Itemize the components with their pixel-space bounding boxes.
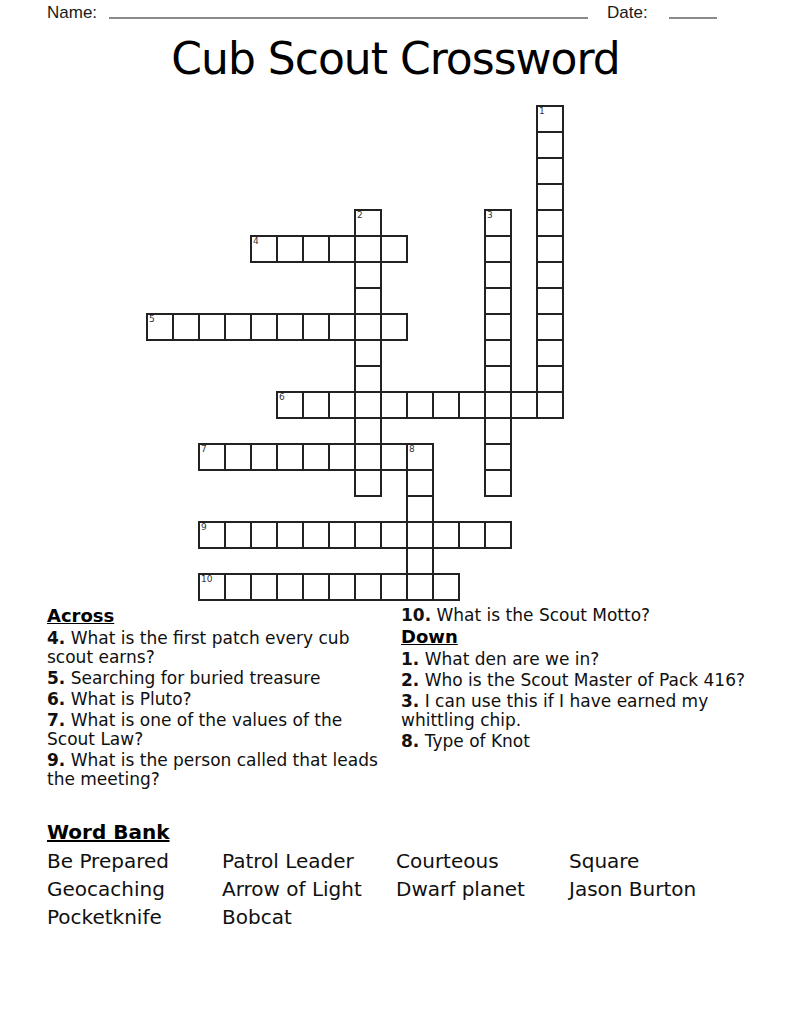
clue-number: 4. [47,628,65,648]
grid-cell-r17c10[interactable] [407,548,433,574]
grid-cell-r13c3[interactable] [225,444,251,470]
clue-text: Searching for buried treasure [71,668,321,688]
clue-text: What is the person called that leads the… [47,750,378,789]
clues-left-column: Across 4. What is the first patch every … [47,606,388,791]
clues-section: Across 4. What is the first patch every … [47,606,767,791]
grid-cell-r5c15[interactable] [537,236,563,262]
grid-cell-r11c8[interactable] [355,392,381,418]
grid-cell-r6c13[interactable] [485,262,511,288]
grid-cell-r1c15[interactable] [537,132,563,158]
clue-text: Who is the Scout Master of Pack 416? [425,670,745,690]
clue-text: Type of Knot [425,731,530,751]
date-fill-in-line[interactable] [669,17,717,19]
grid-cell-r13c13[interactable] [485,444,511,470]
grid-cell-r4c13[interactable]: 3 [485,210,511,236]
grid-cell-r11c5[interactable]: 6 [277,392,303,418]
clue-number: 6. [47,689,65,709]
grid-cell-r18c10[interactable] [407,574,433,600]
grid-cell-r5c7[interactable] [329,236,355,262]
word-bank-item: Courteous [396,847,569,875]
grid-cell-r8c2[interactable] [199,314,225,340]
grid-cell-r14c13[interactable] [485,470,511,496]
clue-number: 8. [401,731,419,751]
crossword-board: 12345678910 [147,106,565,602]
grid-cell-r10c13[interactable] [485,366,511,392]
grid-cell-r8c3[interactable] [225,314,251,340]
word-bank-heading: Word Bank [47,820,170,844]
grid-cell-r7c13[interactable] [485,288,511,314]
grid-cell-r4c15[interactable] [537,210,563,236]
grid-cell-r18c11[interactable] [433,574,459,600]
grid-cell-r7c15[interactable] [537,288,563,314]
word-bank-item: Dwarf planet [396,875,569,903]
grid-cell-r9c15[interactable] [537,340,563,366]
grid-cell-r5c5[interactable] [277,236,303,262]
word-bank-item: Patrol Leader [222,847,396,875]
grid-cell-r11c7[interactable] [329,392,355,418]
grid-cell-r8c0[interactable]: 5 [147,314,173,340]
grid-cell-r12c8[interactable] [355,418,381,444]
grid-cell-r16c2[interactable]: 9 [199,522,225,548]
grid-cell-r11c10[interactable] [407,392,433,418]
clue-across-6: 6. What is Pluto? [47,690,388,709]
grid-cell-r11c6[interactable] [303,392,329,418]
grid-cell-r6c8[interactable] [355,262,381,288]
grid-cell-r13c4[interactable] [251,444,277,470]
grid-cell-r10c8[interactable] [355,366,381,392]
clue-text: What is the Scout Motto? [437,605,651,625]
grid-cell-r16c11[interactable] [433,522,459,548]
grid-cell-r8c13[interactable] [485,314,511,340]
clue-across-9: 9. What is the person called that leads … [47,751,388,789]
grid-cell-r18c3[interactable] [225,574,251,600]
word-bank-item: Bobcat [222,903,396,931]
word-bank-item: Arrow of Light [222,875,396,903]
worksheet-page: Name: Date: Cub Scout Crossword 12345678… [0,0,791,1024]
clue-number: 9. [47,750,65,770]
clue-number: 3. [401,691,419,711]
grid-cell-r11c15[interactable] [537,392,563,418]
grid-cell-r5c8[interactable] [355,236,381,262]
cell-number-2: 2 [357,210,363,220]
grid-cell-r16c3[interactable] [225,522,251,548]
word-bank-item: Pocketknife [47,903,222,931]
grid-cell-r8c8[interactable] [355,314,381,340]
clue-number: 7. [47,710,65,730]
grid-cell-r13c8[interactable] [355,444,381,470]
grid-cell-r2c15[interactable] [537,158,563,184]
clue-across-4: 4. What is the first patch every cub sco… [47,629,388,667]
grid-cell-r11c14[interactable] [511,392,537,418]
grid-cell-r8c9[interactable] [381,314,407,340]
clue-text: What is the first patch every cub scout … [47,628,349,667]
word-bank-list: Be Prepared Patrol Leader Courteous Squa… [47,847,767,931]
clue-number: 2. [401,670,419,690]
grid-cell-r11c11[interactable] [433,392,459,418]
grid-cell-r10c15[interactable] [537,366,563,392]
name-fill-in-line[interactable] [109,17,588,19]
clue-text: What is one of the values of the Scout L… [47,710,342,749]
grid-cell-r13c10[interactable]: 8 [407,444,433,470]
word-bank-item: Square [569,847,767,875]
grid-cell-r16c7[interactable] [329,522,355,548]
clue-down-2: 2. Who is the Scout Master of Pack 416? [401,671,753,690]
cell-number-8: 8 [409,444,415,454]
grid-cell-r13c9[interactable] [381,444,407,470]
grid-cell-r5c4[interactable]: 4 [251,236,277,262]
clue-number: 10. [401,605,431,625]
word-bank-item: Be Prepared [47,847,222,875]
grid-cell-r13c7[interactable] [329,444,355,470]
date-label: Date: [607,3,648,23]
grid-cell-r18c4[interactable] [251,574,277,600]
grid-cell-r8c4[interactable] [251,314,277,340]
grid-cell-r8c5[interactable] [277,314,303,340]
clue-number: 5. [47,668,65,688]
grid-cell-r6c15[interactable] [537,262,563,288]
grid-cell-r5c6[interactable] [303,236,329,262]
across-heading: Across [47,606,388,626]
clue-down-8: 8. Type of Knot [401,732,753,751]
grid-cell-r8c15[interactable] [537,314,563,340]
cell-number-6: 6 [279,392,285,402]
cell-number-5: 5 [149,314,155,324]
clue-down-1: 1. What den are we in? [401,650,753,669]
clue-across-7: 7. What is one of the values of the Scou… [47,711,388,749]
grid-cell-r8c7[interactable] [329,314,355,340]
grid-cell-r18c5[interactable] [277,574,303,600]
cell-number-4: 4 [253,236,259,246]
grid-cell-r16c13[interactable] [485,522,511,548]
grid-cell-r18c7[interactable] [329,574,355,600]
cell-number-9: 9 [201,522,207,532]
grid-cell-r16c9[interactable] [381,522,407,548]
clue-across-10: 10. What is the Scout Motto? [401,606,753,625]
grid-cell-r16c8[interactable] [355,522,381,548]
grid-cell-r13c5[interactable] [277,444,303,470]
grid-cell-r4c8[interactable]: 2 [355,210,381,236]
down-heading: Down [401,627,753,647]
grid-cell-r0c15[interactable]: 1 [537,106,563,132]
grid-cell-r8c6[interactable] [303,314,329,340]
grid-cell-r3c15[interactable] [537,184,563,210]
grid-cell-r18c8[interactable] [355,574,381,600]
grid-cell-r11c9[interactable] [381,392,407,418]
grid-cell-r13c2[interactable]: 7 [199,444,225,470]
grid-cell-r7c8[interactable] [355,288,381,314]
page-title: Cub Scout Crossword [0,33,791,84]
grid-cell-r9c8[interactable] [355,340,381,366]
grid-cell-r12c13[interactable] [485,418,511,444]
grid-cell-r14c8[interactable] [355,470,381,496]
grid-cell-r13c6[interactable] [303,444,329,470]
word-bank-item: Jason Burton [569,875,767,903]
grid-cell-r11c13[interactable] [485,392,511,418]
cell-number-10: 10 [201,574,212,584]
grid-cell-r16c6[interactable] [303,522,329,548]
grid-cell-r5c13[interactable] [485,236,511,262]
grid-cell-r5c9[interactable] [381,236,407,262]
grid-cell-r9c13[interactable] [485,340,511,366]
clue-text: I can use this if I have earned my whitt… [401,691,708,730]
name-label: Name: [47,3,97,23]
clue-text: What is Pluto? [71,689,192,709]
cell-number-1: 1 [539,106,545,116]
grid-cell-r14c10[interactable] [407,470,433,496]
grid-cell-r16c5[interactable] [277,522,303,548]
grid-cell-r16c4[interactable] [251,522,277,548]
grid-cell-r18c6[interactable] [303,574,329,600]
grid-cell-r18c2[interactable]: 10 [199,574,225,600]
cell-number-3: 3 [487,210,493,220]
grid-cell-r11c12[interactable] [459,392,485,418]
word-bank-item: Geocaching [47,875,222,903]
grid-cell-r18c9[interactable] [381,574,407,600]
grid-cell-r8c1[interactable] [173,314,199,340]
clue-across-5: 5. Searching for buried treasure [47,669,388,688]
grid-cell-r15c10[interactable] [407,496,433,522]
grid-cell-r16c10[interactable] [407,522,433,548]
clues-right-column: 10. What is the Scout Motto? Down 1. Wha… [401,606,753,791]
clue-down-3: 3. I can use this if I have earned my wh… [401,692,753,730]
cell-number-7: 7 [201,444,207,454]
clue-number: 1. [401,649,419,669]
clue-text: What den are we in? [425,649,600,669]
grid-cell-r16c12[interactable] [459,522,485,548]
